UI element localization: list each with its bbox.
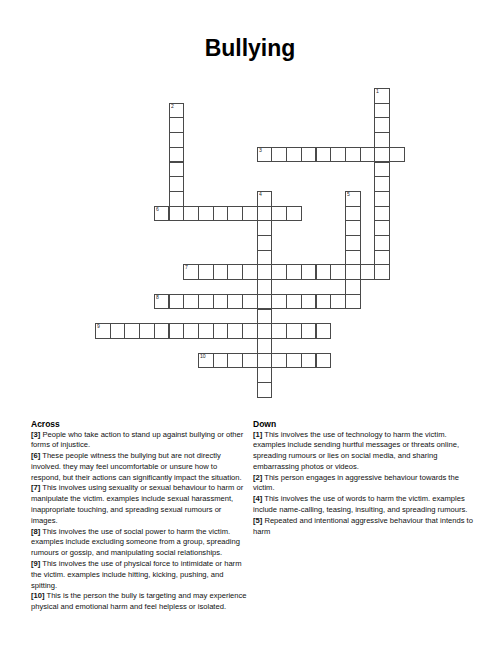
grid-cell[interactable] [257,382,273,398]
grid-cell[interactable] [257,294,273,310]
cell-clue-number: 10 [200,354,206,359]
grid-cell[interactable] [374,220,390,236]
grid-cell[interactable]: 5 [345,191,361,207]
grid-cell[interactable] [286,323,302,339]
grid-cell[interactable] [169,176,185,192]
grid-cell[interactable] [183,323,199,339]
grid-cell[interactable] [316,353,332,369]
grid-cell[interactable] [169,206,185,222]
grid-cell[interactable] [345,220,361,236]
grid-cell[interactable] [316,264,332,280]
grid-cell[interactable] [374,103,390,119]
across-clues-section: Across [3] People who take action to sta… [31,419,248,613]
cell-clue-number: 3 [259,148,262,153]
grid-cell[interactable] [257,367,273,383]
grid-cell[interactable] [213,264,229,280]
grid-cell[interactable] [271,353,287,369]
grid-cell[interactable] [374,176,390,192]
down-clue-list: [1] This involves the use of technology … [253,430,478,538]
grid-cell[interactable] [242,323,258,339]
grid-cell[interactable] [286,147,302,163]
grid-cell[interactable] [286,353,302,369]
grid-cell[interactable] [345,206,361,222]
grid-cell[interactable] [257,250,273,266]
clue-item: [8] This involves the use of social powe… [31,527,248,559]
grid-cell[interactable] [345,250,361,266]
grid-cell[interactable] [257,323,273,339]
clue-item: [10] This is the person the bully is tar… [31,591,248,613]
grid-cell[interactable] [183,206,199,222]
grid-cell[interactable] [257,309,273,325]
grid-cell[interactable] [374,147,390,163]
grid-cell[interactable] [169,323,185,339]
grid-cell[interactable] [374,206,390,222]
grid-cell[interactable] [169,294,185,310]
grid-cell[interactable] [169,132,185,148]
grid-cell[interactable] [301,353,317,369]
grid-cell[interactable] [154,323,170,339]
grid-cell[interactable] [360,264,376,280]
grid-cell[interactable] [169,117,185,133]
clue-item-number: [3] [31,430,40,439]
clue-item-number: [7] [31,483,40,492]
grid-cell[interactable] [213,353,229,369]
grid-cell[interactable] [227,206,243,222]
grid-cell[interactable] [169,162,185,178]
grid-cell[interactable] [374,250,390,266]
grid-cell[interactable] [286,206,302,222]
grid-cell[interactable] [374,191,390,207]
clue-item: [6] These people witness the bullying bu… [31,451,248,483]
grid-cell[interactable] [169,191,185,207]
clue-item: [7] This involves using sexuality or sex… [31,483,248,526]
grid-cell[interactable] [227,264,243,280]
clue-item: [5] Repeated and intentional aggressive … [253,516,478,538]
grid-cell[interactable] [374,117,390,133]
cell-clue-number: 8 [156,295,159,300]
grid-cell[interactable] [301,323,317,339]
grid-cell[interactable] [374,132,390,148]
grid-cell[interactable] [213,294,229,310]
grid-cell[interactable] [286,264,302,280]
clue-item: [3] People who take action to stand up a… [31,430,248,452]
grid-cell[interactable]: 10 [198,353,214,369]
cell-clue-number: 5 [347,192,350,197]
grid-cell[interactable] [316,323,332,339]
clue-item-number: [2] [253,473,262,482]
down-heading: Down [253,419,478,430]
grid-cell[interactable] [345,264,361,280]
grid-cell[interactable] [227,323,243,339]
grid-cell[interactable] [345,147,361,163]
clue-item-number: [6] [31,451,40,460]
grid-cell[interactable] [345,294,361,310]
grid-cell[interactable] [227,294,243,310]
clue-item-number: [8] [31,527,40,536]
grid-cell[interactable] [271,323,287,339]
grid-cell[interactable] [330,147,346,163]
grid-cell[interactable]: 3 [257,147,273,163]
grid-cell[interactable] [257,264,273,280]
grid-cell[interactable] [124,323,140,339]
grid-cell[interactable] [198,294,214,310]
grid-cell[interactable]: 1 [374,88,390,104]
grid-cell[interactable] [257,220,273,236]
grid-cell[interactable]: 7 [183,264,199,280]
grid-cell[interactable] [257,338,273,354]
grid-cell[interactable] [316,147,332,163]
grid-cell[interactable] [257,206,273,222]
grid-cell[interactable] [271,206,287,222]
grid-cell[interactable] [198,206,214,222]
grid-cell[interactable] [374,235,390,251]
across-heading: Across [31,419,248,430]
grid-cell[interactable] [242,206,258,222]
grid-cell[interactable] [301,264,317,280]
clue-item-number: [10] [31,591,45,600]
grid-cell[interactable] [271,264,287,280]
grid-cell[interactable] [242,353,258,369]
grid-cell[interactable] [213,206,229,222]
grid-cell[interactable]: 2 [169,103,185,119]
grid-cell[interactable]: 8 [154,294,170,310]
across-clue-list: [3] People who take action to stand up a… [31,430,248,614]
grid-cell[interactable] [330,294,346,310]
grid-cell[interactable] [169,147,185,163]
grid-cell[interactable] [257,279,273,295]
grid-cell[interactable] [389,147,405,163]
grid-cell[interactable] [213,323,229,339]
cell-clue-number: 7 [185,265,188,270]
grid-cell[interactable] [360,147,376,163]
cell-clue-number: 4 [259,192,262,197]
clue-item: [4] This involves the use of words to ha… [253,494,478,516]
clue-item-number: [4] [253,494,262,503]
grid-cell[interactable] [345,235,361,251]
grid-cell[interactable] [301,147,317,163]
grid-cell[interactable] [139,323,155,339]
grid-cell[interactable] [257,235,273,251]
cell-clue-number: 9 [97,324,100,329]
cell-clue-number: 2 [171,104,174,109]
down-clues-section: Down [1] This involves the use of techno… [253,419,478,537]
grid-cell[interactable] [374,162,390,178]
grid-cell[interactable] [242,294,258,310]
grid-cell[interactable]: 6 [154,206,170,222]
grid-cell[interactable]: 9 [95,323,111,339]
grid-cell[interactable] [330,264,346,280]
grid-cell[interactable] [242,264,258,280]
cell-clue-number: 6 [156,207,159,212]
grid-cell[interactable] [271,294,287,310]
grid-cell[interactable] [227,353,243,369]
grid-cell[interactable] [198,264,214,280]
grid-cell[interactable] [301,294,317,310]
grid-cell[interactable] [316,294,332,310]
grid-cell[interactable] [257,353,273,369]
grid-cell[interactable] [183,294,199,310]
grid-cell[interactable] [374,264,390,280]
clue-item-number: [5] [253,516,262,525]
clue-item: [9] This involves the use of physical fo… [31,559,248,591]
grid-cell[interactable] [110,323,126,339]
grid-cell[interactable] [198,323,214,339]
grid-cell[interactable]: 4 [257,191,273,207]
grid-cell[interactable] [286,294,302,310]
clue-item-number: [1] [253,430,262,439]
clue-item: [2] This person engages in aggressive be… [253,473,478,495]
grid-cell[interactable] [345,279,361,295]
clue-item: [1] This involves the use of technology … [253,430,478,473]
clue-item-number: [9] [31,559,40,568]
cell-clue-number: 1 [376,89,379,94]
grid-cell[interactable] [271,147,287,163]
